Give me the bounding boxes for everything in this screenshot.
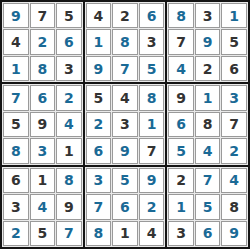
cell-r3c5[interactable]: 7: [112, 56, 138, 81]
cell-r2c5[interactable]: 8: [112, 29, 138, 54]
cell-r6c2[interactable]: 3: [30, 138, 56, 163]
cell-r1c7[interactable]: 8: [168, 3, 194, 28]
cell-r5c6[interactable]: 1: [139, 112, 165, 137]
box-1: 975426183: [2, 2, 83, 82]
cell-r8c8[interactable]: 5: [195, 194, 221, 219]
cell-r9c7[interactable]: 3: [168, 221, 194, 246]
cell-r3c8[interactable]: 2: [195, 56, 221, 81]
cell-r9c6[interactable]: 4: [139, 221, 165, 246]
cell-r7c5[interactable]: 5: [112, 168, 138, 193]
cell-r3c7[interactable]: 4: [168, 56, 194, 81]
cell-r4c2[interactable]: 6: [30, 85, 56, 110]
cell-r3c1[interactable]: 1: [3, 56, 29, 81]
cell-r6c7[interactable]: 5: [168, 138, 194, 163]
cell-r3c3[interactable]: 3: [56, 56, 82, 81]
box-8: 359762814: [85, 167, 166, 247]
cell-r2c2[interactable]: 2: [30, 29, 56, 54]
cell-r7c1[interactable]: 6: [3, 168, 29, 193]
cell-r3c6[interactable]: 5: [139, 56, 165, 81]
cell-r8c1[interactable]: 3: [3, 194, 29, 219]
cell-r6c4[interactable]: 6: [86, 138, 112, 163]
cell-r1c5[interactable]: 2: [112, 3, 138, 28]
box-9: 274158369: [167, 167, 248, 247]
box-2: 426183975: [85, 2, 166, 82]
cell-r5c7[interactable]: 6: [168, 112, 194, 137]
sudoku-board: 9754261834261839758317954267625948315482…: [0, 0, 250, 249]
cell-r2c6[interactable]: 3: [139, 29, 165, 54]
cell-r7c8[interactable]: 7: [195, 168, 221, 193]
cell-r2c7[interactable]: 7: [168, 29, 194, 54]
cell-r7c3[interactable]: 8: [56, 168, 82, 193]
cell-r8c6[interactable]: 2: [139, 194, 165, 219]
cell-r7c9[interactable]: 4: [221, 168, 247, 193]
cell-r2c3[interactable]: 6: [56, 29, 82, 54]
cell-r4c1[interactable]: 7: [3, 85, 29, 110]
cell-r3c2[interactable]: 8: [30, 56, 56, 81]
cell-r6c5[interactable]: 9: [112, 138, 138, 163]
cell-r4c8[interactable]: 1: [195, 85, 221, 110]
cell-r1c9[interactable]: 1: [221, 3, 247, 28]
cell-r8c7[interactable]: 1: [168, 194, 194, 219]
cell-r8c9[interactable]: 8: [221, 194, 247, 219]
cell-r9c3[interactable]: 7: [56, 221, 82, 246]
cell-r8c4[interactable]: 7: [86, 194, 112, 219]
cell-r9c2[interactable]: 5: [30, 221, 56, 246]
cell-r8c5[interactable]: 6: [112, 194, 138, 219]
cell-r7c4[interactable]: 3: [86, 168, 112, 193]
cell-r4c7[interactable]: 9: [168, 85, 194, 110]
cell-r1c4[interactable]: 4: [86, 3, 112, 28]
cell-r2c1[interactable]: 4: [3, 29, 29, 54]
box-6: 913687542: [167, 84, 248, 164]
cell-r6c6[interactable]: 7: [139, 138, 165, 163]
cell-r3c4[interactable]: 9: [86, 56, 112, 81]
cell-r4c9[interactable]: 3: [221, 85, 247, 110]
cell-r4c3[interactable]: 2: [56, 85, 82, 110]
cell-r8c2[interactable]: 4: [30, 194, 56, 219]
cell-r7c6[interactable]: 9: [139, 168, 165, 193]
cell-r7c7[interactable]: 2: [168, 168, 194, 193]
cell-r6c9[interactable]: 2: [221, 138, 247, 163]
cell-r2c4[interactable]: 1: [86, 29, 112, 54]
cell-r9c8[interactable]: 6: [195, 221, 221, 246]
cell-r6c1[interactable]: 8: [3, 138, 29, 163]
cell-r5c8[interactable]: 8: [195, 112, 221, 137]
cell-r9c4[interactable]: 8: [86, 221, 112, 246]
cell-r5c3[interactable]: 4: [56, 112, 82, 137]
cell-r5c9[interactable]: 7: [221, 112, 247, 137]
cell-r4c5[interactable]: 4: [112, 85, 138, 110]
cell-r9c1[interactable]: 2: [3, 221, 29, 246]
cell-r3c9[interactable]: 6: [221, 56, 247, 81]
cell-r1c2[interactable]: 7: [30, 3, 56, 28]
cell-r6c8[interactable]: 4: [195, 138, 221, 163]
sudoku-app: 9754261834261839758317954267625948315482…: [0, 0, 250, 249]
cell-r1c6[interactable]: 6: [139, 3, 165, 28]
cell-r8c3[interactable]: 9: [56, 194, 82, 219]
cell-r9c5[interactable]: 1: [112, 221, 138, 246]
cell-r9c9[interactable]: 9: [221, 221, 247, 246]
cell-r5c2[interactable]: 9: [30, 112, 56, 137]
cell-r4c6[interactable]: 8: [139, 85, 165, 110]
cell-r2c8[interactable]: 9: [195, 29, 221, 54]
cell-r5c1[interactable]: 5: [3, 112, 29, 137]
cell-r4c4[interactable]: 5: [86, 85, 112, 110]
cell-r5c5[interactable]: 3: [112, 112, 138, 137]
cell-r1c8[interactable]: 3: [195, 3, 221, 28]
box-5: 548231697: [85, 84, 166, 164]
cell-r6c3[interactable]: 1: [56, 138, 82, 163]
box-7: 618349257: [2, 167, 83, 247]
cell-r1c3[interactable]: 5: [56, 3, 82, 28]
box-4: 762594831: [2, 84, 83, 164]
cell-r7c2[interactable]: 1: [30, 168, 56, 193]
box-3: 831795426: [167, 2, 248, 82]
cell-r1c1[interactable]: 9: [3, 3, 29, 28]
cell-r5c4[interactable]: 2: [86, 112, 112, 137]
cell-r2c9[interactable]: 5: [221, 29, 247, 54]
